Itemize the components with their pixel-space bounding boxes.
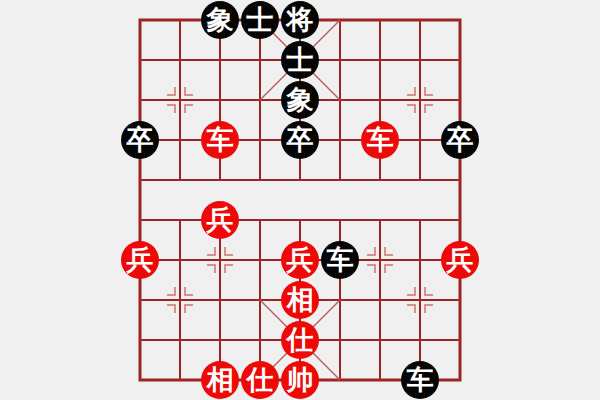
black-soldier[interactable]: 卒 <box>121 121 159 159</box>
red-general[interactable]: 帅 <box>281 361 319 399</box>
red-advisor[interactable]: 仕 <box>241 361 279 399</box>
red-soldier[interactable]: 兵 <box>281 241 319 279</box>
red-soldier[interactable]: 兵 <box>441 241 479 279</box>
red-chariot[interactable]: 车 <box>201 121 239 159</box>
black-chariot[interactable]: 车 <box>401 361 439 399</box>
red-soldier[interactable]: 兵 <box>121 241 159 279</box>
black-advisor[interactable]: 士 <box>281 41 319 79</box>
black-general[interactable]: 将 <box>281 1 319 39</box>
red-advisor[interactable]: 仕 <box>281 321 319 359</box>
black-elephant[interactable]: 象 <box>281 81 319 119</box>
black-advisor[interactable]: 士 <box>241 1 279 39</box>
red-elephant[interactable]: 相 <box>281 281 319 319</box>
black-chariot[interactable]: 车 <box>321 241 359 279</box>
red-elephant[interactable]: 相 <box>201 361 239 399</box>
xiangqi-board: 象士将士象卒车卒车卒兵兵兵车兵相仕相仕帅车 <box>0 0 600 400</box>
black-elephant[interactable]: 象 <box>201 1 239 39</box>
red-chariot[interactable]: 车 <box>361 121 399 159</box>
black-soldier[interactable]: 卒 <box>281 121 319 159</box>
red-soldier[interactable]: 兵 <box>201 201 239 239</box>
black-soldier[interactable]: 卒 <box>441 121 479 159</box>
